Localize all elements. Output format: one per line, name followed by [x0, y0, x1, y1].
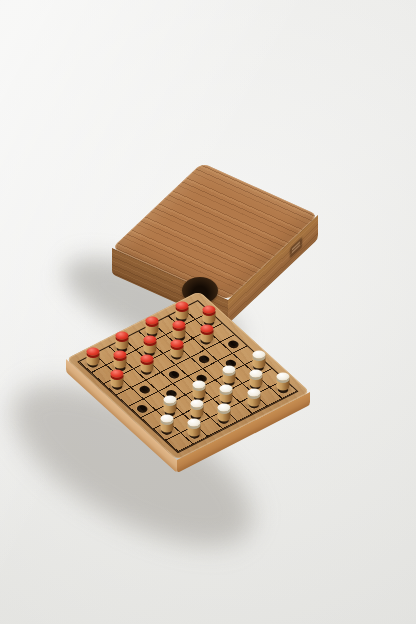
peg-hole	[192, 392, 207, 402]
peg-hole	[112, 362, 127, 372]
brand-stamp-icon	[290, 237, 302, 258]
peg-hole	[142, 347, 157, 357]
peg-hole	[174, 313, 189, 323]
peg-hole	[140, 366, 155, 376]
peg-hole	[194, 373, 209, 383]
peg-hole	[216, 415, 231, 425]
peg-hole	[221, 377, 236, 387]
peg-hole	[135, 404, 150, 414]
peg-hole	[202, 317, 217, 327]
peg-hole	[219, 396, 234, 406]
peg-hole	[246, 400, 261, 410]
peg-hole	[249, 381, 264, 391]
peg-hole	[197, 355, 212, 365]
peg-hole	[199, 336, 214, 346]
peg-hole	[187, 430, 202, 440]
peg-hole	[224, 358, 239, 368]
peg-hole	[189, 411, 204, 421]
product-photo-checkers-set	[0, 0, 416, 624]
peg-hole	[251, 362, 266, 372]
peg-hole	[110, 381, 125, 391]
peg-hole	[137, 385, 152, 395]
peg-hole	[226, 339, 241, 349]
peg-hole	[169, 351, 184, 361]
peg-hole	[164, 389, 179, 399]
peg-hole	[172, 332, 187, 342]
peg-hole	[162, 407, 177, 417]
peg-hole	[160, 426, 175, 436]
peg-hole	[276, 384, 291, 394]
peg-hole	[145, 328, 160, 338]
peg-hole	[167, 370, 182, 380]
peg-hole	[115, 343, 130, 353]
peg-hole	[85, 359, 100, 369]
